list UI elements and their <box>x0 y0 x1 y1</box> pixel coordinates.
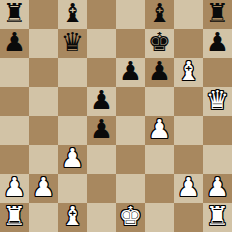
square-f7[interactable]: ♚ <box>145 29 174 58</box>
white-bishop-icon[interactable]: ♝ <box>61 202 84 231</box>
white-pawn-icon[interactable]: ♟ <box>148 115 171 144</box>
square-e3[interactable] <box>116 145 145 174</box>
square-d4[interactable]: ♟ <box>87 116 116 145</box>
black-pawn-icon[interactable]: ♟ <box>90 115 113 144</box>
black-pawn-icon[interactable]: ♟ <box>119 57 142 86</box>
square-a5[interactable] <box>0 87 29 116</box>
square-h2[interactable]: ♟ <box>203 174 232 203</box>
square-e8[interactable] <box>116 0 145 29</box>
square-g5[interactable] <box>174 87 203 116</box>
black-king-icon[interactable]: ♚ <box>148 28 171 57</box>
square-h7[interactable]: ♟ <box>203 29 232 58</box>
square-b5[interactable] <box>29 87 58 116</box>
square-c2[interactable] <box>58 174 87 203</box>
square-b7[interactable] <box>29 29 58 58</box>
square-f2[interactable] <box>145 174 174 203</box>
square-h8[interactable]: ♜ <box>203 0 232 29</box>
square-d2[interactable] <box>87 174 116 203</box>
white-rook-icon[interactable]: ♜ <box>206 202 229 231</box>
black-rook-icon[interactable]: ♜ <box>3 0 26 28</box>
square-c8[interactable]: ♝ <box>58 0 87 29</box>
square-b8[interactable] <box>29 0 58 29</box>
square-c7[interactable]: ♛ <box>58 29 87 58</box>
square-f1[interactable] <box>145 203 174 232</box>
square-f8[interactable]: ♝ <box>145 0 174 29</box>
square-g8[interactable] <box>174 0 203 29</box>
square-e6[interactable]: ♟ <box>116 58 145 87</box>
white-king-icon[interactable]: ♚ <box>119 202 142 231</box>
square-b2[interactable]: ♟ <box>29 174 58 203</box>
square-e1[interactable]: ♚ <box>116 203 145 232</box>
black-pawn-icon[interactable]: ♟ <box>90 86 113 115</box>
square-e7[interactable] <box>116 29 145 58</box>
square-h6[interactable] <box>203 58 232 87</box>
square-g2[interactable]: ♟ <box>174 174 203 203</box>
square-d7[interactable] <box>87 29 116 58</box>
square-b3[interactable] <box>29 145 58 174</box>
black-pawn-icon[interactable]: ♟ <box>206 28 229 57</box>
square-g3[interactable] <box>174 145 203 174</box>
white-rook-icon[interactable]: ♜ <box>3 202 26 231</box>
white-queen-icon[interactable]: ♛ <box>206 86 229 115</box>
square-a2[interactable]: ♟ <box>0 174 29 203</box>
black-pawn-icon[interactable]: ♟ <box>3 28 26 57</box>
square-a8[interactable]: ♜ <box>0 0 29 29</box>
square-c5[interactable] <box>58 87 87 116</box>
square-g1[interactable] <box>174 203 203 232</box>
square-h5[interactable]: ♛ <box>203 87 232 116</box>
square-d6[interactable] <box>87 58 116 87</box>
square-h4[interactable] <box>203 116 232 145</box>
square-h3[interactable] <box>203 145 232 174</box>
square-g6[interactable]: ♝ <box>174 58 203 87</box>
black-pawn-icon[interactable]: ♟ <box>148 57 171 86</box>
square-d3[interactable] <box>87 145 116 174</box>
black-bishop-icon[interactable]: ♝ <box>61 0 84 28</box>
square-a6[interactable] <box>0 58 29 87</box>
square-e5[interactable] <box>116 87 145 116</box>
square-f5[interactable] <box>145 87 174 116</box>
square-a3[interactable] <box>0 145 29 174</box>
square-h1[interactable]: ♜ <box>203 203 232 232</box>
square-c4[interactable] <box>58 116 87 145</box>
square-a4[interactable] <box>0 116 29 145</box>
square-f3[interactable] <box>145 145 174 174</box>
square-b1[interactable] <box>29 203 58 232</box>
black-bishop-icon[interactable]: ♝ <box>148 0 171 28</box>
square-g7[interactable] <box>174 29 203 58</box>
chess-board: ♜♝♝♜♟♛♚♟♟♟♝♟♛♟♟♟♟♟♟♟♜♝♚♜ <box>0 0 232 232</box>
black-rook-icon[interactable]: ♜ <box>206 0 229 28</box>
square-c6[interactable] <box>58 58 87 87</box>
white-pawn-icon[interactable]: ♟ <box>61 144 84 173</box>
square-a1[interactable]: ♜ <box>0 203 29 232</box>
square-b6[interactable] <box>29 58 58 87</box>
square-e4[interactable] <box>116 116 145 145</box>
square-e2[interactable] <box>116 174 145 203</box>
square-d8[interactable] <box>87 0 116 29</box>
square-f6[interactable]: ♟ <box>145 58 174 87</box>
white-pawn-icon[interactable]: ♟ <box>206 173 229 202</box>
square-f4[interactable]: ♟ <box>145 116 174 145</box>
square-d5[interactable]: ♟ <box>87 87 116 116</box>
square-a7[interactable]: ♟ <box>0 29 29 58</box>
black-queen-icon[interactable]: ♛ <box>61 28 84 57</box>
square-d1[interactable] <box>87 203 116 232</box>
white-bishop-icon[interactable]: ♝ <box>177 57 200 86</box>
square-c1[interactable]: ♝ <box>58 203 87 232</box>
white-pawn-icon[interactable]: ♟ <box>177 173 200 202</box>
white-pawn-icon[interactable]: ♟ <box>32 173 55 202</box>
square-c3[interactable]: ♟ <box>58 145 87 174</box>
white-pawn-icon[interactable]: ♟ <box>3 173 26 202</box>
square-g4[interactable] <box>174 116 203 145</box>
square-b4[interactable] <box>29 116 58 145</box>
